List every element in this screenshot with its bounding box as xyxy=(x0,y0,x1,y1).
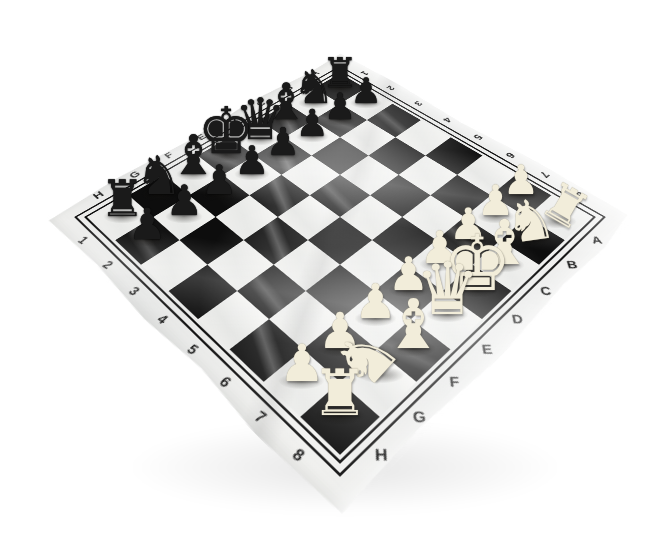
black-pawn-glyph: ♟ xyxy=(128,208,167,242)
white-rook-glyph: ♜ xyxy=(311,369,368,419)
product-photo-stage: AABBCCDDEEFFGGHH1122334455667788 ♜♞♟♝♟♛♟… xyxy=(0,0,650,550)
piece-white-rook-h8[interactable]: ♜ xyxy=(292,354,388,419)
piece-black-pawn-h2[interactable]: ♟ xyxy=(115,197,180,241)
